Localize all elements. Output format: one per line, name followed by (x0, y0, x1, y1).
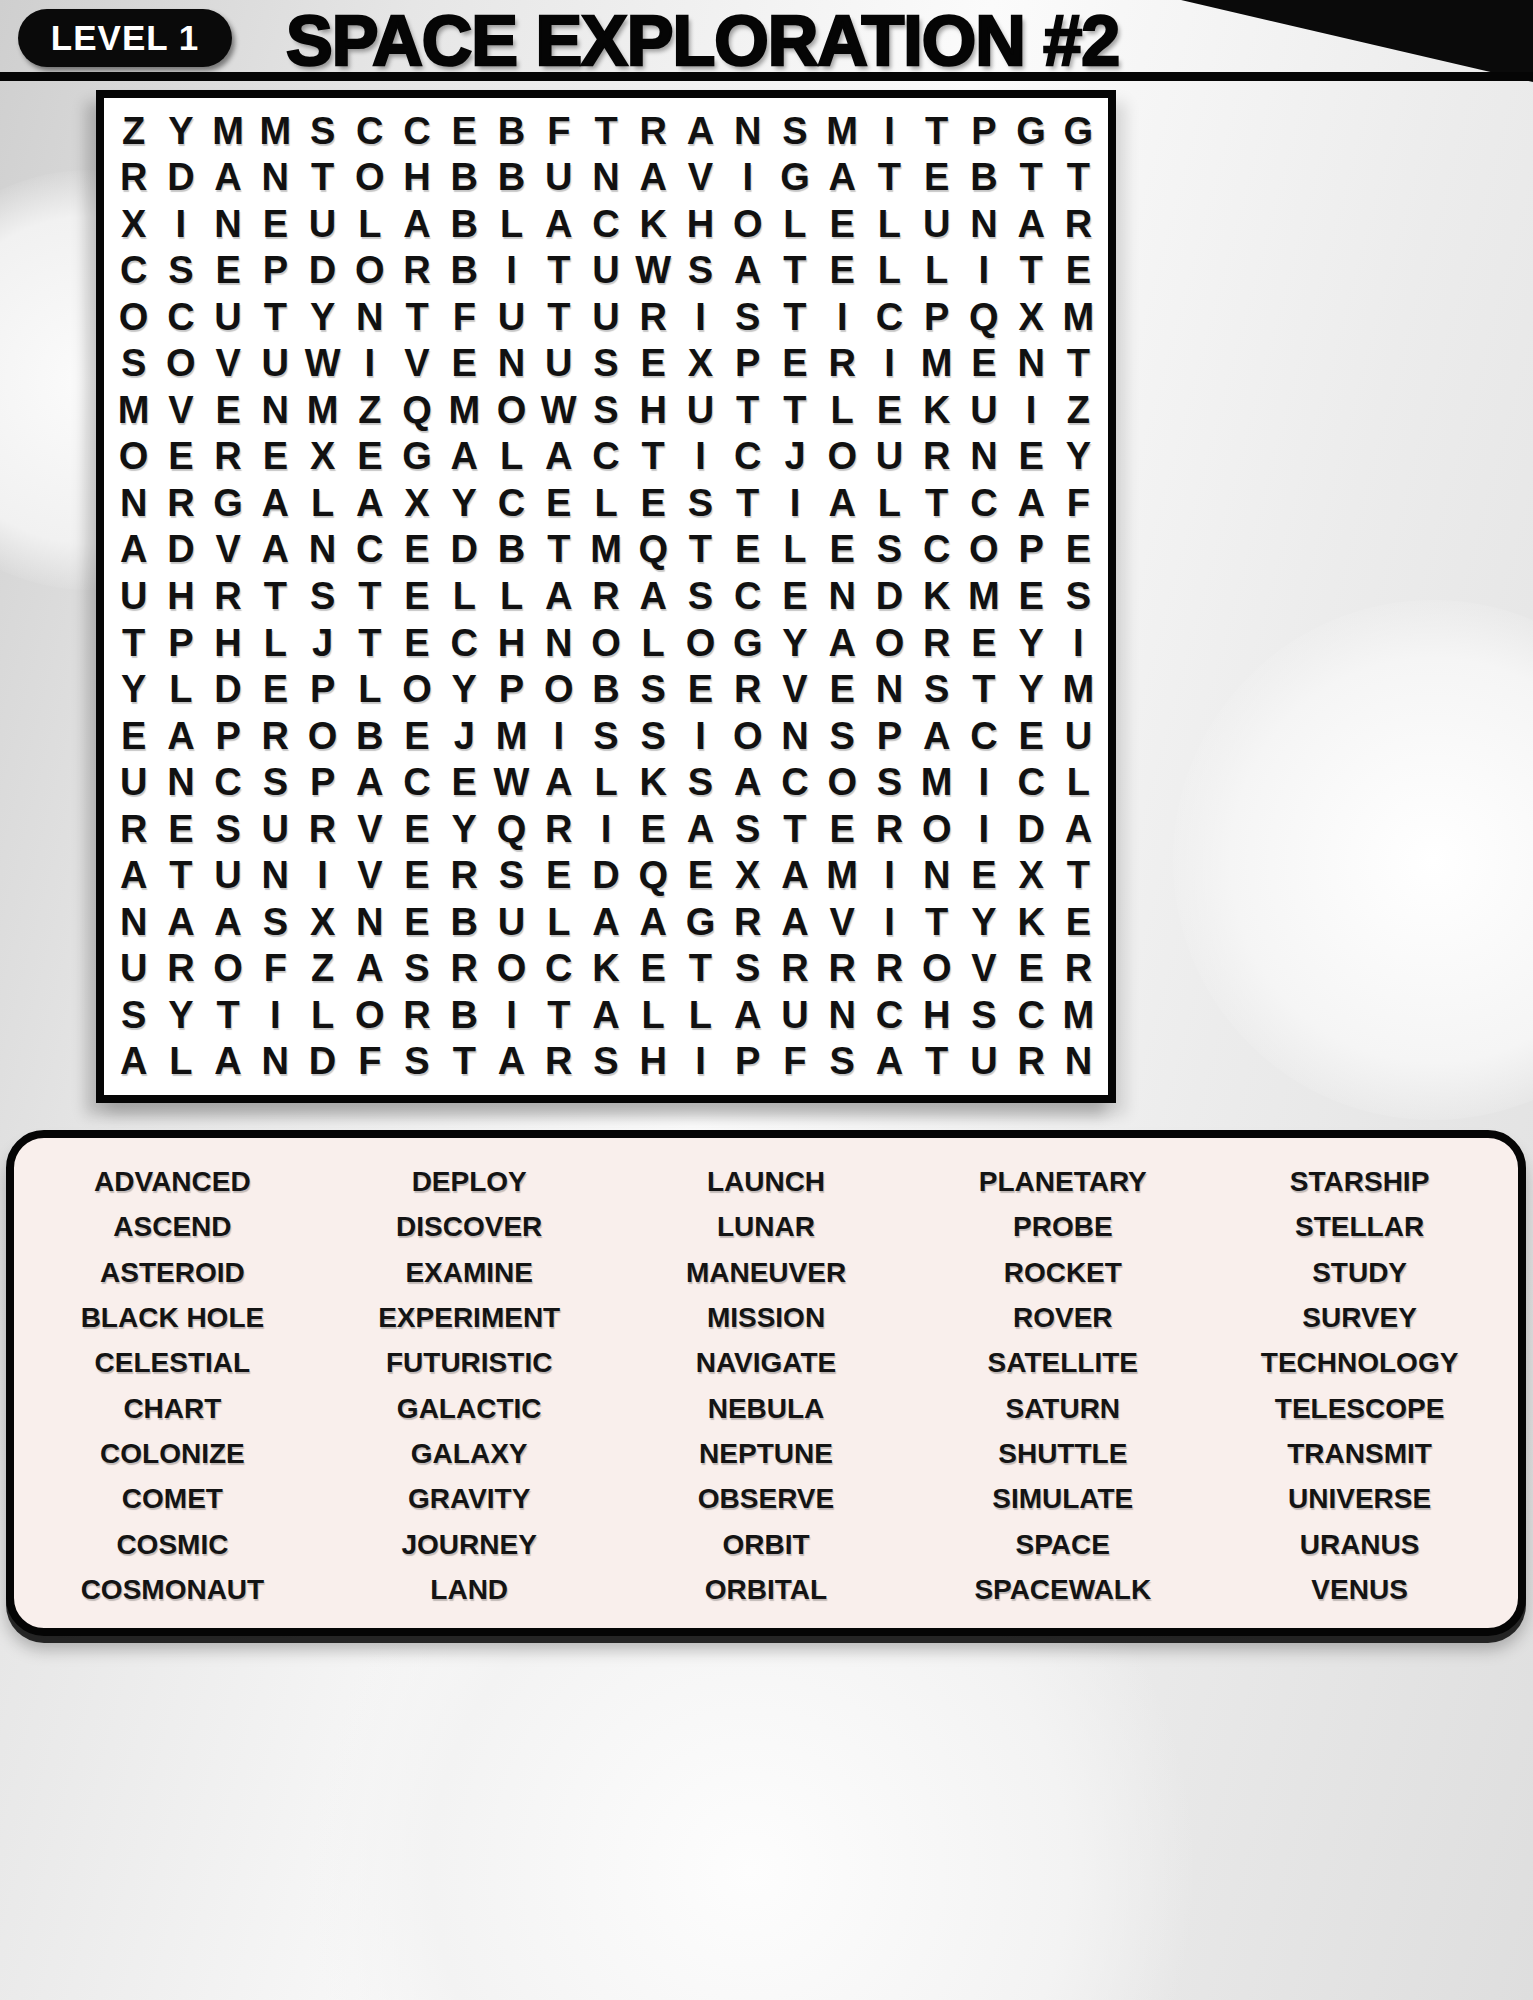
grid-cell-r12c4[interactable]: L (252, 620, 299, 667)
grid-cell-r12c9[interactable]: H (488, 620, 535, 667)
grid-cell-r11c1[interactable]: U (110, 573, 157, 620)
grid-cell-r19c18[interactable]: O (913, 945, 960, 992)
grid-cell-r7c9[interactable]: O (488, 387, 535, 434)
grid-cell-r7c7[interactable]: Q (393, 387, 440, 434)
grid-cell-r1c14[interactable]: N (724, 108, 771, 155)
grid-cell-r3c16[interactable]: E (819, 201, 866, 248)
grid-cell-r7c8[interactable]: M (441, 387, 488, 434)
grid-cell-r17c9[interactable]: S (488, 852, 535, 899)
grid-cell-r13c9[interactable]: P (488, 666, 535, 713)
grid-cell-r11c5[interactable]: S (299, 573, 346, 620)
grid-cell-r18c1[interactable]: N (110, 899, 157, 946)
grid-cell-r18c20[interactable]: K (1008, 899, 1055, 946)
grid-cell-r3c7[interactable]: A (393, 201, 440, 248)
grid-cell-r15c7[interactable]: C (393, 759, 440, 806)
grid-cell-r10c18[interactable]: C (913, 527, 960, 574)
word-item[interactable]: SATELLITE (988, 1341, 1138, 1385)
grid-cell-r6c3[interactable]: V (204, 341, 251, 388)
grid-cell-r1c7[interactable]: C (393, 108, 440, 155)
grid-cell-r11c19[interactable]: M (960, 573, 1007, 620)
grid-cell-r11c16[interactable]: N (819, 573, 866, 620)
grid-cell-r12c21[interactable]: I (1055, 620, 1102, 667)
grid-cell-r17c11[interactable]: D (582, 852, 629, 899)
grid-cell-r6c1[interactable]: S (110, 341, 157, 388)
grid-cell-r4c5[interactable]: D (299, 248, 346, 295)
grid-cell-r15c9[interactable]: W (488, 759, 535, 806)
grid-cell-r21c7[interactable]: S (393, 1038, 440, 1085)
grid-cell-r15c16[interactable]: O (819, 759, 866, 806)
grid-cell-r1c10[interactable]: F (535, 108, 582, 155)
grid-cell-r5c14[interactable]: S (724, 294, 771, 341)
grid-cell-r16c5[interactable]: R (299, 806, 346, 853)
grid-cell-r21c12[interactable]: H (630, 1038, 677, 1085)
grid-cell-r13c1[interactable]: Y (110, 666, 157, 713)
grid-cell-r6c19[interactable]: E (960, 341, 1007, 388)
grid-cell-r10c1[interactable]: A (110, 527, 157, 574)
word-item[interactable]: DEPLOY (412, 1160, 527, 1204)
grid-cell-r13c21[interactable]: M (1055, 666, 1102, 713)
grid-cell-r19c9[interactable]: O (488, 945, 535, 992)
grid-cell-r15c5[interactable]: P (299, 759, 346, 806)
grid-cell-r3c6[interactable]: L (346, 201, 393, 248)
grid-cell-r6c16[interactable]: R (819, 341, 866, 388)
word-item[interactable]: COMET (122, 1477, 223, 1521)
grid-cell-r5c7[interactable]: T (393, 294, 440, 341)
grid-cell-r12c6[interactable]: T (346, 620, 393, 667)
grid-cell-r17c6[interactable]: V (346, 852, 393, 899)
word-item[interactable]: ROVER (1013, 1296, 1113, 1340)
grid-cell-r15c3[interactable]: C (204, 759, 251, 806)
grid-cell-r11c7[interactable]: E (393, 573, 440, 620)
grid-cell-r19c6[interactable]: A (346, 945, 393, 992)
grid-cell-r18c10[interactable]: L (535, 899, 582, 946)
grid-cell-r17c15[interactable]: A (771, 852, 818, 899)
grid-cell-r3c12[interactable]: K (630, 201, 677, 248)
word-item[interactable]: BLACK HOLE (81, 1296, 265, 1340)
grid-cell-r19c20[interactable]: E (1008, 945, 1055, 992)
grid-cell-r13c2[interactable]: L (157, 666, 204, 713)
word-item[interactable]: TELESCOPE (1275, 1387, 1445, 1431)
grid-cell-r11c11[interactable]: R (582, 573, 629, 620)
grid-cell-r9c1[interactable]: N (110, 480, 157, 527)
grid-cell-r5c4[interactable]: T (252, 294, 299, 341)
grid-cell-r1c9[interactable]: B (488, 108, 535, 155)
grid-cell-r13c7[interactable]: O (393, 666, 440, 713)
grid-cell-r21c18[interactable]: T (913, 1038, 960, 1085)
grid-cell-r12c10[interactable]: N (535, 620, 582, 667)
grid-cell-r13c16[interactable]: E (819, 666, 866, 713)
grid-cell-r20c21[interactable]: M (1055, 992, 1102, 1039)
grid-cell-r3c20[interactable]: A (1008, 201, 1055, 248)
grid-cell-r6c13[interactable]: X (677, 341, 724, 388)
grid-cell-r10c13[interactable]: T (677, 527, 724, 574)
grid-cell-r16c7[interactable]: E (393, 806, 440, 853)
grid-cell-r18c9[interactable]: U (488, 899, 535, 946)
grid-cell-r5c13[interactable]: I (677, 294, 724, 341)
grid-cell-r19c15[interactable]: R (771, 945, 818, 992)
word-item[interactable]: UNIVERSE (1288, 1477, 1431, 1521)
grid-cell-r1c13[interactable]: A (677, 108, 724, 155)
grid-cell-r20c6[interactable]: O (346, 992, 393, 1039)
grid-cell-r14c16[interactable]: S (819, 713, 866, 760)
grid-cell-r21c21[interactable]: N (1055, 1038, 1102, 1085)
grid-cell-r11c8[interactable]: L (441, 573, 488, 620)
grid-cell-r17c1[interactable]: A (110, 852, 157, 899)
grid-cell-r7c15[interactable]: T (771, 387, 818, 434)
grid-cell-r2c10[interactable]: U (535, 155, 582, 202)
grid-cell-r19c3[interactable]: O (204, 945, 251, 992)
grid-cell-r8c7[interactable]: G (393, 434, 440, 481)
grid-cell-r19c13[interactable]: T (677, 945, 724, 992)
word-item[interactable]: VENUS (1311, 1568, 1407, 1612)
grid-cell-r6c6[interactable]: I (346, 341, 393, 388)
word-item[interactable]: JOURNEY (402, 1523, 537, 1567)
grid-cell-r3c14[interactable]: O (724, 201, 771, 248)
grid-cell-r20c4[interactable]: I (252, 992, 299, 1039)
word-item[interactable]: STUDY (1312, 1251, 1407, 1295)
grid-cell-r3c2[interactable]: I (157, 201, 204, 248)
grid-cell-r9c4[interactable]: A (252, 480, 299, 527)
grid-cell-r10c5[interactable]: N (299, 527, 346, 574)
grid-cell-r10c8[interactable]: D (441, 527, 488, 574)
grid-cell-r21c20[interactable]: R (1008, 1038, 1055, 1085)
grid-cell-r10c4[interactable]: A (252, 527, 299, 574)
grid-cell-r17c18[interactable]: N (913, 852, 960, 899)
grid-cell-r4c14[interactable]: A (724, 248, 771, 295)
grid-cell-r10c9[interactable]: B (488, 527, 535, 574)
grid-cell-r3c15[interactable]: L (771, 201, 818, 248)
grid-cell-r5c18[interactable]: P (913, 294, 960, 341)
grid-cell-r2c12[interactable]: A (630, 155, 677, 202)
word-item[interactable]: STARSHIP (1290, 1160, 1430, 1204)
grid-cell-r7c19[interactable]: U (960, 387, 1007, 434)
grid-cell-r13c14[interactable]: R (724, 666, 771, 713)
word-item[interactable]: MISSION (707, 1296, 825, 1340)
grid-cell-r12c8[interactable]: C (441, 620, 488, 667)
grid-cell-r19c14[interactable]: S (724, 945, 771, 992)
grid-cell-r8c19[interactable]: N (960, 434, 1007, 481)
grid-cell-r17c8[interactable]: R (441, 852, 488, 899)
word-item[interactable]: COSMONAUT (81, 1568, 265, 1612)
grid-cell-r15c13[interactable]: S (677, 759, 724, 806)
grid-cell-r7c5[interactable]: M (299, 387, 346, 434)
grid-cell-r4c6[interactable]: O (346, 248, 393, 295)
grid-cell-r2c16[interactable]: A (819, 155, 866, 202)
grid-cell-r3c18[interactable]: U (913, 201, 960, 248)
grid-cell-r20c11[interactable]: A (582, 992, 629, 1039)
grid-cell-r12c5[interactable]: J (299, 620, 346, 667)
grid-cell-r1c5[interactable]: S (299, 108, 346, 155)
grid-cell-r10c19[interactable]: O (960, 527, 1007, 574)
grid-cell-r6c7[interactable]: V (393, 341, 440, 388)
grid-cell-r12c2[interactable]: P (157, 620, 204, 667)
grid-cell-r13c15[interactable]: V (771, 666, 818, 713)
grid-cell-r20c10[interactable]: T (535, 992, 582, 1039)
grid-cell-r2c7[interactable]: H (393, 155, 440, 202)
grid-cell-r17c7[interactable]: E (393, 852, 440, 899)
grid-cell-r11c21[interactable]: S (1055, 573, 1102, 620)
grid-cell-r9c19[interactable]: C (960, 480, 1007, 527)
word-item[interactable]: ASCEND (113, 1205, 231, 1249)
grid-cell-r20c12[interactable]: L (630, 992, 677, 1039)
grid-cell-r1c2[interactable]: Y (157, 108, 204, 155)
grid-cell-r14c7[interactable]: E (393, 713, 440, 760)
grid-cell-r8c17[interactable]: U (866, 434, 913, 481)
grid-cell-r7c12[interactable]: H (630, 387, 677, 434)
grid-cell-r8c4[interactable]: E (252, 434, 299, 481)
grid-cell-r4c17[interactable]: L (866, 248, 913, 295)
grid-cell-r12c3[interactable]: H (204, 620, 251, 667)
grid-cell-r8c12[interactable]: T (630, 434, 677, 481)
grid-cell-r8c20[interactable]: E (1008, 434, 1055, 481)
grid-cell-r21c11[interactable]: S (582, 1038, 629, 1085)
grid-cell-r18c3[interactable]: A (204, 899, 251, 946)
grid-cell-r6c8[interactable]: E (441, 341, 488, 388)
grid-cell-r17c21[interactable]: T (1055, 852, 1102, 899)
grid-cell-r18c12[interactable]: A (630, 899, 677, 946)
grid-cell-r21c9[interactable]: A (488, 1038, 535, 1085)
grid-cell-r16c18[interactable]: O (913, 806, 960, 853)
word-item[interactable]: EXAMINE (405, 1251, 533, 1295)
grid-cell-r5c6[interactable]: N (346, 294, 393, 341)
grid-cell-r19c10[interactable]: C (535, 945, 582, 992)
grid-cell-r20c18[interactable]: H (913, 992, 960, 1039)
grid-cell-r11c2[interactable]: H (157, 573, 204, 620)
grid-cell-r8c1[interactable]: O (110, 434, 157, 481)
grid-cell-r7c3[interactable]: E (204, 387, 251, 434)
word-item[interactable]: NAVIGATE (696, 1341, 837, 1385)
grid-cell-r16c17[interactable]: R (866, 806, 913, 853)
grid-cell-r20c19[interactable]: S (960, 992, 1007, 1039)
grid-cell-r8c13[interactable]: I (677, 434, 724, 481)
grid-cell-r15c8[interactable]: E (441, 759, 488, 806)
word-item[interactable]: PLANETARY (979, 1160, 1147, 1204)
word-item[interactable]: ADVANCED (94, 1160, 251, 1204)
grid-cell-r14c4[interactable]: R (252, 713, 299, 760)
grid-cell-r2c13[interactable]: V (677, 155, 724, 202)
word-item[interactable]: NEPTUNE (699, 1432, 833, 1476)
grid-cell-r9c14[interactable]: T (724, 480, 771, 527)
grid-cell-r7c13[interactable]: U (677, 387, 724, 434)
grid-cell-r13c18[interactable]: S (913, 666, 960, 713)
word-item[interactable]: ASTEROID (100, 1251, 245, 1295)
grid-cell-r4c12[interactable]: W (630, 248, 677, 295)
grid-cell-r8c11[interactable]: C (582, 434, 629, 481)
word-item[interactable]: LUNAR (717, 1205, 815, 1249)
grid-cell-r18c7[interactable]: E (393, 899, 440, 946)
grid-cell-r15c15[interactable]: C (771, 759, 818, 806)
grid-cell-r6c4[interactable]: U (252, 341, 299, 388)
grid-cell-r21c15[interactable]: F (771, 1038, 818, 1085)
grid-cell-r20c14[interactable]: A (724, 992, 771, 1039)
grid-cell-r15c10[interactable]: A (535, 759, 582, 806)
grid-cell-r19c1[interactable]: U (110, 945, 157, 992)
grid-cell-r14c5[interactable]: O (299, 713, 346, 760)
word-item[interactable]: URANUS (1300, 1523, 1420, 1567)
grid-cell-r20c17[interactable]: C (866, 992, 913, 1039)
grid-cell-r4c21[interactable]: E (1055, 248, 1102, 295)
grid-cell-r16c2[interactable]: E (157, 806, 204, 853)
grid-cell-r1c17[interactable]: I (866, 108, 913, 155)
grid-cell-r6c9[interactable]: N (488, 341, 535, 388)
word-item[interactable]: MANEUVER (686, 1251, 846, 1295)
grid-cell-r16c21[interactable]: A (1055, 806, 1102, 853)
grid-cell-r11c4[interactable]: T (252, 573, 299, 620)
grid-cell-r14c1[interactable]: E (110, 713, 157, 760)
word-item[interactable]: TECHNOLOGY (1261, 1341, 1459, 1385)
grid-cell-r2c11[interactable]: N (582, 155, 629, 202)
grid-cell-r4c11[interactable]: U (582, 248, 629, 295)
word-item[interactable]: ROCKET (1004, 1251, 1122, 1295)
word-item[interactable]: PROBE (1013, 1205, 1113, 1249)
grid-cell-r2c9[interactable]: B (488, 155, 535, 202)
grid-cell-r20c9[interactable]: I (488, 992, 535, 1039)
grid-cell-r16c10[interactable]: R (535, 806, 582, 853)
grid-cell-r19c5[interactable]: Z (299, 945, 346, 992)
grid-cell-r19c4[interactable]: F (252, 945, 299, 992)
grid-cell-r1c18[interactable]: T (913, 108, 960, 155)
word-item[interactable]: STELLAR (1295, 1205, 1424, 1249)
grid-cell-r21c6[interactable]: F (346, 1038, 393, 1085)
grid-cell-r6c15[interactable]: E (771, 341, 818, 388)
grid-cell-r7c20[interactable]: I (1008, 387, 1055, 434)
word-item[interactable]: COSMIC (116, 1523, 228, 1567)
grid-cell-r18c18[interactable]: T (913, 899, 960, 946)
grid-cell-r2c8[interactable]: B (441, 155, 488, 202)
grid-cell-r15c19[interactable]: I (960, 759, 1007, 806)
grid-cell-r11c3[interactable]: R (204, 573, 251, 620)
grid-cell-r12c17[interactable]: O (866, 620, 913, 667)
grid-cell-r17c13[interactable]: E (677, 852, 724, 899)
grid-cell-r15c11[interactable]: L (582, 759, 629, 806)
grid-cell-r18c13[interactable]: G (677, 899, 724, 946)
grid-cell-r16c14[interactable]: S (724, 806, 771, 853)
grid-cell-r13c10[interactable]: O (535, 666, 582, 713)
grid-cell-r4c2[interactable]: S (157, 248, 204, 295)
grid-cell-r10c17[interactable]: S (866, 527, 913, 574)
grid-cell-r13c11[interactable]: B (582, 666, 629, 713)
grid-cell-r3c10[interactable]: A (535, 201, 582, 248)
grid-cell-r11c17[interactable]: D (866, 573, 913, 620)
grid-cell-r7c1[interactable]: M (110, 387, 157, 434)
grid-cell-r10c21[interactable]: E (1055, 527, 1102, 574)
grid-cell-r19c12[interactable]: E (630, 945, 677, 992)
grid-cell-r3c19[interactable]: N (960, 201, 1007, 248)
grid-cell-r18c8[interactable]: B (441, 899, 488, 946)
grid-cell-r13c4[interactable]: E (252, 666, 299, 713)
grid-cell-r5c9[interactable]: U (488, 294, 535, 341)
grid-cell-r8c15[interactable]: J (771, 434, 818, 481)
grid-cell-r18c4[interactable]: S (252, 899, 299, 946)
grid-cell-r14c14[interactable]: O (724, 713, 771, 760)
grid-cell-r18c11[interactable]: A (582, 899, 629, 946)
word-item[interactable]: CHART (123, 1387, 221, 1431)
grid-cell-r15c14[interactable]: A (724, 759, 771, 806)
grid-cell-r15c17[interactable]: S (866, 759, 913, 806)
grid-cell-r19c8[interactable]: R (441, 945, 488, 992)
grid-cell-r14c19[interactable]: C (960, 713, 1007, 760)
grid-cell-r11c18[interactable]: K (913, 573, 960, 620)
grid-cell-r6c12[interactable]: E (630, 341, 677, 388)
grid-cell-r9c5[interactable]: L (299, 480, 346, 527)
grid-cell-r14c10[interactable]: I (535, 713, 582, 760)
grid-cell-r19c16[interactable]: R (819, 945, 866, 992)
grid-cell-r12c16[interactable]: A (819, 620, 866, 667)
grid-cell-r5c1[interactable]: O (110, 294, 157, 341)
grid-cell-r18c6[interactable]: N (346, 899, 393, 946)
grid-cell-r17c2[interactable]: T (157, 852, 204, 899)
grid-cell-r10c20[interactable]: P (1008, 527, 1055, 574)
grid-cell-r10c16[interactable]: E (819, 527, 866, 574)
grid-cell-r11c20[interactable]: E (1008, 573, 1055, 620)
grid-cell-r11c10[interactable]: A (535, 573, 582, 620)
grid-cell-r16c6[interactable]: V (346, 806, 393, 853)
grid-cell-r17c16[interactable]: M (819, 852, 866, 899)
grid-cell-r13c20[interactable]: Y (1008, 666, 1055, 713)
grid-cell-r8c10[interactable]: A (535, 434, 582, 481)
grid-cell-r15c4[interactable]: S (252, 759, 299, 806)
grid-cell-r8c8[interactable]: A (441, 434, 488, 481)
grid-cell-r3c8[interactable]: B (441, 201, 488, 248)
grid-cell-r2c19[interactable]: B (960, 155, 1007, 202)
grid-cell-r3c17[interactable]: L (866, 201, 913, 248)
grid-cell-r21c5[interactable]: D (299, 1038, 346, 1085)
grid-cell-r4c16[interactable]: E (819, 248, 866, 295)
grid-cell-r3c13[interactable]: H (677, 201, 724, 248)
grid-cell-r10c7[interactable]: E (393, 527, 440, 574)
grid-cell-r18c2[interactable]: A (157, 899, 204, 946)
grid-cell-r1c19[interactable]: P (960, 108, 1007, 155)
grid-cell-r9c15[interactable]: I (771, 480, 818, 527)
grid-cell-r21c13[interactable]: I (677, 1038, 724, 1085)
grid-cell-r11c15[interactable]: E (771, 573, 818, 620)
grid-cell-r2c17[interactable]: T (866, 155, 913, 202)
grid-cell-r12c20[interactable]: Y (1008, 620, 1055, 667)
grid-cell-r20c15[interactable]: U (771, 992, 818, 1039)
grid-cell-r14c2[interactable]: A (157, 713, 204, 760)
grid-cell-r20c7[interactable]: R (393, 992, 440, 1039)
grid-cell-r2c2[interactable]: D (157, 155, 204, 202)
grid-cell-r20c13[interactable]: L (677, 992, 724, 1039)
grid-cell-r21c19[interactable]: U (960, 1038, 1007, 1085)
grid-cell-r8c6[interactable]: E (346, 434, 393, 481)
grid-cell-r9c18[interactable]: T (913, 480, 960, 527)
grid-cell-r16c19[interactable]: I (960, 806, 1007, 853)
grid-cell-r8c9[interactable]: L (488, 434, 535, 481)
word-item[interactable]: SHUTTLE (998, 1432, 1127, 1476)
grid-cell-r5c3[interactable]: U (204, 294, 251, 341)
grid-cell-r4c3[interactable]: E (204, 248, 251, 295)
grid-cell-r16c11[interactable]: I (582, 806, 629, 853)
grid-cell-r18c15[interactable]: A (771, 899, 818, 946)
grid-cell-r13c12[interactable]: S (630, 666, 677, 713)
grid-cell-r4c9[interactable]: I (488, 248, 535, 295)
grid-cell-r21c1[interactable]: A (110, 1038, 157, 1085)
grid-cell-r1c15[interactable]: S (771, 108, 818, 155)
grid-cell-r17c3[interactable]: U (204, 852, 251, 899)
word-item[interactable]: LAUNCH (707, 1160, 825, 1204)
word-item[interactable]: ORBITAL (705, 1568, 827, 1612)
grid-cell-r19c2[interactable]: R (157, 945, 204, 992)
grid-cell-r10c11[interactable]: M (582, 527, 629, 574)
grid-cell-r1c6[interactable]: C (346, 108, 393, 155)
grid-cell-r12c13[interactable]: O (677, 620, 724, 667)
grid-cell-r4c19[interactable]: I (960, 248, 1007, 295)
grid-cell-r17c20[interactable]: X (1008, 852, 1055, 899)
grid-cell-r11c13[interactable]: S (677, 573, 724, 620)
grid-cell-r20c5[interactable]: L (299, 992, 346, 1039)
grid-cell-r14c20[interactable]: E (1008, 713, 1055, 760)
